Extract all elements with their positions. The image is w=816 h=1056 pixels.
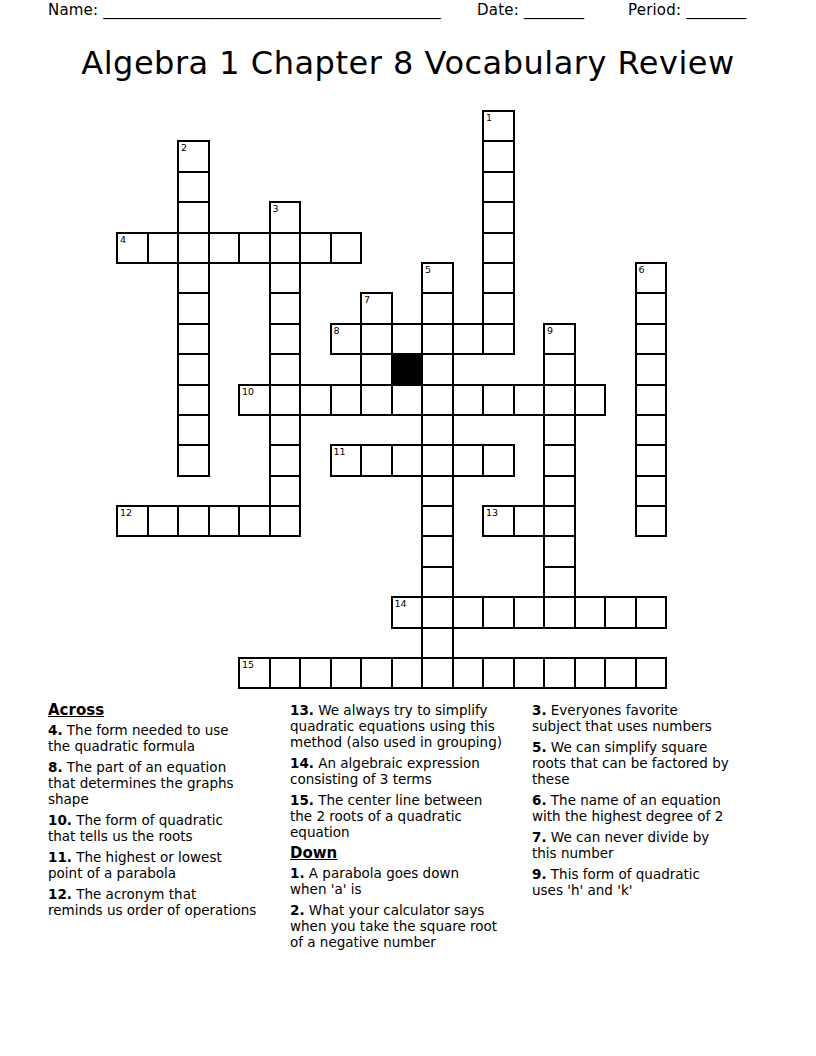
crossword-cell-12-17[interactable] [636,476,667,506]
clue-number-label-1: 1 [486,112,492,123]
clue-text: We can simplify square roots that can be… [532,739,729,787]
crossword-cell-11-11[interactable] [453,445,484,475]
crossword-cell-9-12[interactable] [483,385,514,415]
clue-number-label-10: 10 [242,386,254,397]
clue-column-1: Across4. The form needed to use the quad… [48,702,288,955]
clue-2: 2. What your calculator says when you ta… [290,902,530,950]
crossword-cell-13-3[interactable] [209,506,240,536]
crossword-cell-11-10[interactable] [422,445,453,475]
crossword-cell-16-13[interactable] [514,597,545,627]
clue-number-label-14: 14 [395,598,407,609]
crossword-cell-9-4[interactable]: 10 [239,385,270,415]
crossword-cell-7-2[interactable] [178,324,209,354]
period-label: Period: [628,1,681,19]
crossword-cell-17-10[interactable] [422,628,453,658]
crossword-cell-18-7[interactable] [331,658,362,688]
clue-13: 13. We always try to simplify quadratic … [290,702,530,750]
clue-3: 3. Everyones favorite subject that uses … [532,702,772,734]
crossword-cell-9-17[interactable] [636,385,667,415]
clue-number-label-7: 7 [364,294,370,305]
crossword-cell-18-17[interactable] [636,658,667,688]
crossword-cell-9-5[interactable] [270,385,301,415]
page-title: Algebra 1 Chapter 8 Vocabulary Review [0,44,816,82]
clue-number: 12. [48,886,72,902]
clue-number: 10. [48,812,72,828]
clue-number-label-6: 6 [639,264,645,275]
clue-column-2: 13. We always try to simplify quadratic … [290,702,530,955]
clue-number: 13. [290,702,314,718]
crossword-cell-9-11[interactable] [453,385,484,415]
clue-number: 3. [532,702,547,718]
crossword-cell-5-2[interactable] [178,263,209,293]
crossword-cell-18-11[interactable] [453,658,484,688]
clue-9: 9. This form of quadratic uses 'h' and '… [532,866,772,898]
clue-6: 6. The name of an equation with the high… [532,792,772,824]
clue-14: 14. An algebraic expression consisting o… [290,755,530,787]
crossword-cell-3-2[interactable] [178,202,209,232]
date-label: Date: [477,1,519,19]
clue-number-label-8: 8 [334,325,340,336]
clue-number-label-13: 13 [486,507,498,518]
crossword-cell-9-9[interactable] [392,385,423,415]
clue-text: The center line between the 2 roots of a… [290,792,482,840]
crossword-cell-4-4[interactable] [239,233,270,263]
clue-number-label-3: 3 [273,203,279,214]
crossword-cell-18-13[interactable] [514,658,545,688]
clue-text: A parabola goes down when 'a' is [290,865,459,897]
crossword-cell-6-17[interactable] [636,293,667,323]
clue-number-label-5: 5 [425,264,431,275]
clue-number-label-12: 12 [120,507,132,518]
crossword-cell-6-10[interactable] [422,293,453,323]
crossword-cell-18-12[interactable] [483,658,514,688]
date-field: Date: ________ [477,1,584,19]
crossword-cell-18-16[interactable] [605,658,636,688]
crossword-cell-6-8[interactable]: 7 [361,293,392,323]
crossword-cell-6-5[interactable] [270,293,301,323]
crossword-cell-18-10[interactable] [422,658,453,688]
crossword-cell-4-2[interactable] [178,233,209,263]
clue-text: The form of quadratic that tells us the … [48,812,223,844]
crossword-cell-6-12[interactable] [483,293,514,323]
crossword-cell-18-5[interactable] [270,658,301,688]
crossword-cell-7-11[interactable] [453,324,484,354]
across-heading: Across [48,702,288,719]
clue-1: 1. A parabola goes down when 'a' is [290,865,530,897]
crossword-cell-15-10[interactable] [422,567,453,597]
crossword-cell-7-9[interactable] [392,324,423,354]
crossword-cell-11-14[interactable] [544,445,575,475]
crossword-cell-15-14[interactable] [544,567,575,597]
crossword-cell-13-4[interactable] [239,506,270,536]
crossword-cell-13-0[interactable]: 12 [117,506,148,536]
clue-text: The form needed to use the quadratic for… [48,722,229,754]
clue-number-label-15: 15 [242,659,254,670]
crossword-cell-12-10[interactable] [422,476,453,506]
crossword-cell-1-2[interactable]: 2 [178,141,209,171]
clue-number: 11. [48,849,72,865]
crossword-cell-13-5[interactable] [270,506,301,536]
crossword-cell-7-7[interactable]: 8 [331,324,362,354]
crossword-cell-4-0[interactable]: 4 [117,233,148,263]
period-blank-line[interactable]: ________ [686,1,746,19]
crossword-cell-11-9[interactable] [392,445,423,475]
clue-10: 10. The form of quadratic that tells us … [48,812,288,844]
clue-number: 4. [48,722,63,738]
crossword-cell-10-10[interactable] [422,415,453,445]
crossword-cell-4-7[interactable] [331,233,362,263]
crossword-cell-1-12[interactable] [483,141,514,171]
clue-8: 8. The part of an equation that determin… [48,759,288,807]
blocked-cell-8-9 [392,354,423,384]
crossword-cell-13-14[interactable] [544,506,575,536]
crossword-cell-16-16[interactable] [605,597,636,627]
crossword-cell-10-14[interactable] [544,415,575,445]
crossword-cell-5-12[interactable] [483,263,514,293]
crossword-cell-11-5[interactable] [270,445,301,475]
clue-5: 5. We can simplify square roots that can… [532,739,772,787]
crossword-cell-4-6[interactable] [300,233,331,263]
crossword-cell-5-10[interactable]: 5 [422,263,453,293]
crossword-cell-7-17[interactable] [636,324,667,354]
clue-number-label-2: 2 [181,142,187,153]
clue-15: 15. The center line between the 2 roots … [290,792,530,840]
clue-number: 9. [532,866,547,882]
clue-4: 4. The form needed to use the quadratic … [48,722,288,754]
crossword-cell-0-12[interactable]: 1 [483,111,514,141]
crossword-cell-8-14[interactable] [544,354,575,384]
crossword-cell-10-17[interactable] [636,415,667,445]
crossword-cell-4-5[interactable] [270,233,301,263]
name-field: Name: __________________________________… [48,1,441,19]
crossword-cell-16-12[interactable] [483,597,514,627]
clue-text: We always try to simplify quadratic equa… [290,702,502,750]
crossword-cell-8-5[interactable] [270,354,301,384]
clue-text: The name of an equation with the highest… [532,792,723,824]
crossword-cell-7-5[interactable] [270,324,301,354]
crossword-cell-11-2[interactable] [178,445,209,475]
clues-section: Across4. The form needed to use the quad… [48,702,772,955]
period-field: Period: ________ [628,1,746,19]
crossword-cell-7-14[interactable]: 9 [544,324,575,354]
crossword-cell-18-6[interactable] [300,658,331,688]
clue-text: The acronym that reminds us order of ope… [48,886,256,918]
clue-11: 11. The highest or lowest point of a par… [48,849,288,881]
name-blank-line[interactable]: ________________________________________… [103,1,441,19]
crossword-cell-8-17[interactable] [636,354,667,384]
crossword-cell-7-12[interactable] [483,324,514,354]
crossword-cell-7-10[interactable] [422,324,453,354]
crossword-cell-4-1[interactable] [148,233,179,263]
crossword-cell-12-5[interactable] [270,476,301,506]
crossword-cell-13-2[interactable] [178,506,209,536]
crossword-cell-9-6[interactable] [300,385,331,415]
name-label: Name: [48,1,98,19]
clue-number: 2. [290,902,305,918]
crossword-cell-9-2[interactable] [178,385,209,415]
crossword-cell-16-10[interactable] [422,597,453,627]
clue-text: An algebraic expression consisting of 3 … [290,755,480,787]
crossword-cell-16-11[interactable] [453,597,484,627]
crossword-cell-9-10[interactable] [422,385,453,415]
clue-text: The highest or lowest point of a parabol… [48,849,222,881]
clue-number: 7. [532,829,547,845]
crossword-cell-4-12[interactable] [483,233,514,263]
clue-text: Everyones favorite subject that uses num… [532,702,712,734]
crossword-cell-9-15[interactable] [575,385,606,415]
crossword-cell-5-5[interactable] [270,263,301,293]
clue-7: 7. We can never divide by this number [532,829,772,861]
crossword-cell-16-15[interactable] [575,597,606,627]
clue-text: This form of quadratic uses 'h' and 'k' [532,866,700,898]
crossword-cell-9-14[interactable] [544,385,575,415]
clue-text: We can never divide by this number [532,829,709,861]
crossword-cell-2-12[interactable] [483,172,514,202]
crossword-cell-4-3[interactable] [209,233,240,263]
clue-text: The part of an equation that determines … [48,759,234,807]
clue-number: 5. [532,739,547,755]
clue-number: 14. [290,755,314,771]
crossword-cell-11-7[interactable]: 11 [331,445,362,475]
crossword-cell-18-15[interactable] [575,658,606,688]
clue-12: 12. The acronym that reminds us order of… [48,886,288,918]
crossword-cell-3-12[interactable] [483,202,514,232]
crossword-cell-8-2[interactable] [178,354,209,384]
crossword-cell-10-2[interactable] [178,415,209,445]
crossword-cell-8-8[interactable] [361,354,392,384]
crossword-cell-9-13[interactable] [514,385,545,415]
crossword-cell-5-17[interactable]: 6 [636,263,667,293]
crossword-cell-13-13[interactable] [514,506,545,536]
crossword-cell-9-8[interactable] [361,385,392,415]
crossword-cell-7-8[interactable] [361,324,392,354]
clue-number: 8. [48,759,63,775]
crossword-cell-11-12[interactable] [483,445,514,475]
crossword-cell-16-14[interactable] [544,597,575,627]
crossword-cell-12-14[interactable] [544,476,575,506]
clue-column-3: 3. Everyones favorite subject that uses … [532,702,772,955]
crossword-cell-14-14[interactable] [544,536,575,566]
clue-number-label-11: 11 [334,446,346,457]
crossword-cell-10-5[interactable] [270,415,301,445]
clue-number: 1. [290,865,305,881]
date-blank-line[interactable]: ________ [524,1,584,19]
crossword-grid: 123456789101112131415 [117,111,666,688]
crossword-cell-11-17[interactable] [636,445,667,475]
crossword-cell-3-5[interactable]: 3 [270,202,301,232]
crossword-cell-16-9[interactable]: 14 [392,597,423,627]
clue-number: 6. [532,792,547,808]
crossword-cell-6-2[interactable] [178,293,209,323]
crossword-cell-13-1[interactable] [148,506,179,536]
crossword-cell-8-10[interactable] [422,354,453,384]
crossword-cell-18-8[interactable] [361,658,392,688]
down-heading: Down [290,845,530,862]
crossword-cell-13-17[interactable] [636,506,667,536]
crossword-cell-16-17[interactable] [636,597,667,627]
clue-number-label-4: 4 [120,234,126,245]
crossword-cell-2-2[interactable] [178,172,209,202]
crossword-cell-9-7[interactable] [331,385,362,415]
clue-number: 15. [290,792,314,808]
worksheet-page: { "header": { "name_label": "Name:", "na… [0,0,816,1056]
crossword-cell-11-8[interactable] [361,445,392,475]
crossword-cell-13-10[interactable] [422,506,453,536]
crossword-cell-13-12[interactable]: 13 [483,506,514,536]
crossword-cell-18-14[interactable] [544,658,575,688]
crossword-cell-18-4[interactable]: 15 [239,658,270,688]
clue-text: What your calculator says when you take … [290,902,497,950]
crossword-cell-14-10[interactable] [422,536,453,566]
crossword-cell-18-9[interactable] [392,658,423,688]
clue-number-label-9: 9 [547,325,553,336]
